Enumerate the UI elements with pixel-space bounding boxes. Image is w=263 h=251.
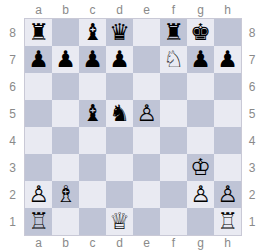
file-labels-top: abcdefgh — [25, 0, 241, 19]
square-c2[interactable] — [79, 181, 106, 208]
square-e4[interactable] — [133, 127, 160, 154]
piece-black-rook[interactable]: ♜ — [163, 19, 184, 46]
rank-label-left-1: 1 — [0, 208, 25, 235]
square-a8[interactable]: ♜ — [25, 19, 52, 46]
rank-label-left-3: 3 — [0, 154, 25, 181]
piece-black-pawn[interactable]: ♟ — [82, 46, 103, 73]
piece-white-rook[interactable]: ♖ — [28, 208, 49, 235]
square-g1[interactable] — [187, 208, 214, 235]
corner-top-right — [241, 0, 263, 19]
piece-black-bishop[interactable]: ♝ — [82, 100, 103, 127]
rank-label-right-4: 4 — [241, 127, 263, 154]
square-f5[interactable] — [160, 100, 187, 127]
chess-diagram: abcdefgh 87654321 ♜♝♛♜♚♟♟♟♟♘♟♟♝♞♙♔♙♗♙♙♖♕… — [0, 0, 263, 251]
piece-black-king[interactable]: ♚ — [190, 19, 211, 46]
piece-white-pawn[interactable]: ♙ — [136, 100, 157, 127]
square-a5[interactable] — [25, 100, 52, 127]
square-h6[interactable] — [214, 73, 241, 100]
rank-label-right-1: 1 — [241, 208, 263, 235]
piece-white-pawn[interactable]: ♙ — [217, 181, 238, 208]
file-label-bottom-f: f — [160, 235, 187, 251]
rank-label-left-2: 2 — [0, 181, 25, 208]
square-g3[interactable]: ♔ — [187, 154, 214, 181]
square-f7[interactable]: ♘ — [160, 46, 187, 73]
chess-board: ♜♝♛♜♚♟♟♟♟♘♟♟♝♞♙♔♙♗♙♙♖♕♖ — [25, 19, 241, 235]
square-h8[interactable] — [214, 19, 241, 46]
square-h5[interactable] — [214, 100, 241, 127]
file-label-top-e: e — [133, 0, 160, 19]
piece-black-pawn[interactable]: ♟ — [28, 46, 49, 73]
square-c1[interactable] — [79, 208, 106, 235]
file-label-bottom-g: g — [187, 235, 214, 251]
file-labels-bottom: abcdefgh — [25, 235, 241, 251]
piece-black-pawn[interactable]: ♟ — [190, 46, 211, 73]
square-g7[interactable]: ♟ — [187, 46, 214, 73]
square-h2[interactable]: ♙ — [214, 181, 241, 208]
rank-label-right-2: 2 — [241, 181, 263, 208]
square-a3[interactable] — [25, 154, 52, 181]
file-label-top-b: b — [52, 0, 79, 19]
file-label-bottom-b: b — [52, 235, 79, 251]
piece-white-pawn[interactable]: ♙ — [28, 181, 49, 208]
piece-black-pawn[interactable]: ♟ — [217, 46, 238, 73]
square-b6[interactable] — [52, 73, 79, 100]
square-g6[interactable] — [187, 73, 214, 100]
square-a4[interactable] — [25, 127, 52, 154]
square-f3[interactable] — [160, 154, 187, 181]
square-b5[interactable] — [52, 100, 79, 127]
piece-black-pawn[interactable]: ♟ — [109, 46, 130, 73]
square-e7[interactable] — [133, 46, 160, 73]
rank-label-right-6: 6 — [241, 73, 263, 100]
square-b2[interactable]: ♗ — [52, 181, 79, 208]
square-c4[interactable] — [79, 127, 106, 154]
file-label-bottom-h: h — [214, 235, 241, 251]
square-a2[interactable]: ♙ — [25, 181, 52, 208]
square-g4[interactable] — [187, 127, 214, 154]
square-c8[interactable]: ♝ — [79, 19, 106, 46]
file-label-top-c: c — [79, 0, 106, 19]
square-b4[interactable] — [52, 127, 79, 154]
square-a1[interactable]: ♖ — [25, 208, 52, 235]
piece-white-pawn[interactable]: ♙ — [190, 181, 211, 208]
square-f1[interactable] — [160, 208, 187, 235]
square-e2[interactable] — [133, 181, 160, 208]
square-c7[interactable]: ♟ — [79, 46, 106, 73]
rank-label-left-5: 5 — [0, 100, 25, 127]
square-d6[interactable] — [106, 73, 133, 100]
corner-top-left — [0, 0, 25, 19]
piece-white-king[interactable]: ♔ — [190, 154, 211, 181]
rank-label-right-8: 8 — [241, 19, 263, 46]
piece-black-rook[interactable]: ♜ — [28, 19, 49, 46]
square-c5[interactable]: ♝ — [79, 100, 106, 127]
rank-labels-right: 87654321 — [241, 19, 263, 235]
piece-white-rook[interactable]: ♖ — [217, 208, 238, 235]
rank-label-right-3: 3 — [241, 154, 263, 181]
square-b8[interactable] — [52, 19, 79, 46]
square-d3[interactable] — [106, 154, 133, 181]
square-h4[interactable] — [214, 127, 241, 154]
square-g2[interactable]: ♙ — [187, 181, 214, 208]
corner-bottom-left — [0, 235, 25, 251]
piece-black-pawn[interactable]: ♟ — [55, 46, 76, 73]
square-b7[interactable]: ♟ — [52, 46, 79, 73]
square-d5[interactable]: ♞ — [106, 100, 133, 127]
file-label-bottom-c: c — [79, 235, 106, 251]
square-b1[interactable] — [52, 208, 79, 235]
piece-white-bishop[interactable]: ♗ — [55, 181, 76, 208]
rank-label-left-7: 7 — [0, 46, 25, 73]
square-e6[interactable] — [133, 73, 160, 100]
piece-white-queen[interactable]: ♕ — [109, 208, 130, 235]
square-c3[interactable] — [79, 154, 106, 181]
square-g8[interactable]: ♚ — [187, 19, 214, 46]
rank-label-right-7: 7 — [241, 46, 263, 73]
square-f6[interactable] — [160, 73, 187, 100]
square-a7[interactable]: ♟ — [25, 46, 52, 73]
file-label-bottom-e: e — [133, 235, 160, 251]
square-h1[interactable]: ♖ — [214, 208, 241, 235]
square-h3[interactable] — [214, 154, 241, 181]
square-f4[interactable] — [160, 127, 187, 154]
square-d1[interactable]: ♕ — [106, 208, 133, 235]
file-label-top-f: f — [160, 0, 187, 19]
square-f8[interactable]: ♜ — [160, 19, 187, 46]
rank-label-right-5: 5 — [241, 100, 263, 127]
square-e8[interactable] — [133, 19, 160, 46]
square-e1[interactable] — [133, 208, 160, 235]
piece-black-queen[interactable]: ♛ — [109, 19, 130, 46]
square-d4[interactable] — [106, 127, 133, 154]
square-c6[interactable] — [79, 73, 106, 100]
square-g5[interactable] — [187, 100, 214, 127]
file-label-top-a: a — [25, 0, 52, 19]
square-d7[interactable]: ♟ — [106, 46, 133, 73]
square-h7[interactable]: ♟ — [214, 46, 241, 73]
rank-label-left-6: 6 — [0, 73, 25, 100]
piece-white-knight[interactable]: ♘ — [163, 46, 184, 73]
square-a6[interactable] — [25, 73, 52, 100]
piece-black-knight[interactable]: ♞ — [109, 100, 130, 127]
square-d8[interactable]: ♛ — [106, 19, 133, 46]
file-label-bottom-d: d — [106, 235, 133, 251]
rank-label-left-4: 4 — [0, 127, 25, 154]
square-e3[interactable] — [133, 154, 160, 181]
square-b3[interactable] — [52, 154, 79, 181]
square-e5[interactable]: ♙ — [133, 100, 160, 127]
file-label-bottom-a: a — [25, 235, 52, 251]
file-label-top-d: d — [106, 0, 133, 19]
board-frame: abcdefgh 87654321 ♜♝♛♜♚♟♟♟♟♘♟♟♝♞♙♔♙♗♙♙♖♕… — [0, 0, 263, 251]
corner-bottom-right — [241, 235, 263, 251]
square-d2[interactable] — [106, 181, 133, 208]
rank-labels-left: 87654321 — [0, 19, 25, 235]
piece-black-bishop[interactable]: ♝ — [82, 19, 103, 46]
square-f2[interactable] — [160, 181, 187, 208]
file-label-top-h: h — [214, 0, 241, 19]
file-label-top-g: g — [187, 0, 214, 19]
rank-label-left-8: 8 — [0, 19, 25, 46]
